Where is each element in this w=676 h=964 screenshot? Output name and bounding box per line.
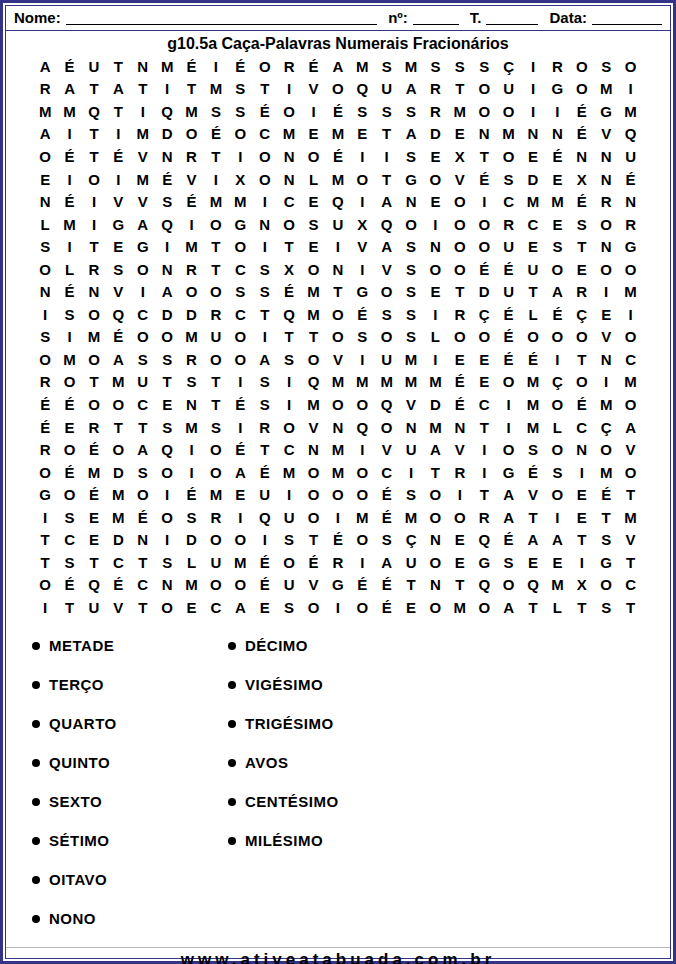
grid-cell[interactable]: S (301, 213, 325, 236)
grid-cell[interactable]: S (33, 235, 57, 258)
grid-cell[interactable]: T (253, 438, 277, 461)
grid-cell[interactable]: R (472, 506, 496, 529)
grid-cell[interactable]: Q (618, 123, 642, 146)
grid-cell[interactable]: É (57, 55, 81, 78)
grid-cell[interactable]: S (204, 100, 228, 123)
grid-cell[interactable]: N (594, 235, 618, 258)
grid-cell[interactable]: O (423, 551, 447, 574)
grid-cell[interactable]: N (423, 235, 447, 258)
grid-cell[interactable]: A (253, 348, 277, 371)
grid-cell[interactable]: O (570, 371, 594, 394)
grid-cell[interactable]: O (570, 55, 594, 78)
grid-cell[interactable]: T (131, 596, 155, 619)
grid-cell[interactable]: D (472, 280, 496, 303)
grid-cell[interactable]: S (399, 483, 423, 506)
grid-cell[interactable]: T (570, 528, 594, 551)
grid-cell[interactable]: É (106, 326, 130, 349)
grid-cell[interactable]: I (521, 78, 545, 101)
grid-cell[interactable]: É (179, 483, 203, 506)
grid-cell[interactable]: Q (253, 506, 277, 529)
grid-cell[interactable]: R (496, 213, 520, 236)
grid-cell[interactable]: I (326, 235, 350, 258)
grid-cell[interactable]: L (179, 551, 203, 574)
grid-cell[interactable]: M (204, 78, 228, 101)
grid-cell[interactable]: E (570, 483, 594, 506)
grid-cell[interactable]: É (33, 416, 57, 439)
grid-cell[interactable]: M (82, 461, 106, 484)
grid-cell[interactable]: I (57, 326, 81, 349)
grid-cell[interactable]: M (350, 506, 374, 529)
grid-cell[interactable]: O (448, 506, 472, 529)
grid-cell[interactable]: É (179, 190, 203, 213)
grid-cell[interactable]: O (472, 596, 496, 619)
grid-cell[interactable]: O (301, 461, 325, 484)
grid-cell[interactable]: É (448, 371, 472, 394)
grid-cell[interactable]: O (277, 416, 301, 439)
grid-cell[interactable]: S (521, 438, 545, 461)
grid-cell[interactable]: Q (374, 393, 398, 416)
grid-cell[interactable]: É (496, 528, 520, 551)
grid-cell[interactable]: É (301, 551, 325, 574)
grid-cell[interactable]: M (179, 235, 203, 258)
grid-cell[interactable]: T (204, 235, 228, 258)
grid-cell[interactable]: O (57, 438, 81, 461)
grid-cell[interactable]: É (228, 438, 252, 461)
grid-cell[interactable]: O (33, 574, 57, 597)
grid-cell[interactable]: O (545, 393, 569, 416)
grid-cell[interactable]: O (179, 280, 203, 303)
grid-cell[interactable]: O (253, 55, 277, 78)
grid-cell[interactable]: M (33, 100, 57, 123)
grid-cell[interactable]: T (253, 303, 277, 326)
grid-cell[interactable]: X (277, 258, 301, 281)
grid-cell[interactable]: N (423, 574, 447, 597)
grid-cell[interactable]: A (423, 438, 447, 461)
grid-cell[interactable]: V (594, 326, 618, 349)
grid-cell[interactable]: S (594, 596, 618, 619)
grid-cell[interactable]: I (423, 213, 447, 236)
grid-cell[interactable]: G (326, 574, 350, 597)
grid-cell[interactable]: É (204, 123, 228, 146)
grid-cell[interactable]: O (33, 145, 57, 168)
grid-cell[interactable]: M (545, 190, 569, 213)
grid-cell[interactable]: I (155, 235, 179, 258)
grid-cell[interactable]: E (545, 551, 569, 574)
grid-cell[interactable]: M (57, 348, 81, 371)
grid-cell[interactable]: T (374, 123, 398, 146)
grid-cell[interactable]: M (326, 123, 350, 146)
grid-cell[interactable]: S (374, 55, 398, 78)
grid-cell[interactable]: I (448, 483, 472, 506)
grid-cell[interactable]: S (545, 461, 569, 484)
grid-cell[interactable]: S (472, 55, 496, 78)
grid-cell[interactable]: M (106, 483, 130, 506)
word-item[interactable]: TRIGÉSIMO (228, 713, 670, 735)
grid-cell[interactable]: É (570, 100, 594, 123)
grid-cell[interactable]: T (521, 596, 545, 619)
grid-cell[interactable]: A (399, 78, 423, 101)
grid-cell[interactable]: Q (106, 303, 130, 326)
grid-cell[interactable]: A (326, 55, 350, 78)
grid-cell[interactable]: N (33, 190, 57, 213)
grid-cell[interactable]: E (301, 123, 325, 146)
grid-cell[interactable]: É (374, 483, 398, 506)
grid-cell[interactable]: T (301, 528, 325, 551)
grid-cell[interactable]: É (350, 574, 374, 597)
grid-cell[interactable]: E (350, 123, 374, 146)
grid-cell[interactable]: O (545, 483, 569, 506)
grid-cell[interactable]: N (131, 55, 155, 78)
grid-cell[interactable]: S (399, 100, 423, 123)
grid-cell[interactable]: A (228, 596, 252, 619)
grid-cell[interactable]: O (496, 100, 520, 123)
grid-cell[interactable]: O (423, 483, 447, 506)
grid-cell[interactable]: I (594, 371, 618, 394)
grid-cell[interactable]: O (155, 506, 179, 529)
grid-cell[interactable]: L (521, 303, 545, 326)
grid-cell[interactable]: N (448, 416, 472, 439)
grid-cell[interactable]: U (399, 551, 423, 574)
grid-cell[interactable]: M (618, 280, 642, 303)
grid-cell[interactable]: É (277, 280, 301, 303)
grid-cell[interactable]: D (179, 528, 203, 551)
grid-cell[interactable]: I (82, 213, 106, 236)
grid-cell[interactable]: T (472, 145, 496, 168)
grid-cell[interactable]: A (496, 483, 520, 506)
grid-cell[interactable]: L (301, 168, 325, 191)
grid-cell[interactable]: E (155, 393, 179, 416)
grid-cell[interactable]: C (277, 190, 301, 213)
grid-cell[interactable]: E (448, 348, 472, 371)
grid-cell[interactable]: O (472, 213, 496, 236)
grid-cell[interactable]: É (374, 506, 398, 529)
grid-cell[interactable]: I (399, 461, 423, 484)
grid-cell[interactable]: S (57, 506, 81, 529)
grid-cell[interactable]: I (618, 303, 642, 326)
grid-cell[interactable]: O (131, 326, 155, 349)
grid-cell[interactable]: E (106, 235, 130, 258)
grid-cell[interactable]: M (301, 303, 325, 326)
grid-cell[interactable]: I (521, 100, 545, 123)
grid-cell[interactable]: É (57, 145, 81, 168)
grid-cell[interactable]: E (472, 348, 496, 371)
grid-cell[interactable]: M (301, 393, 325, 416)
grid-cell[interactable]: T (82, 371, 106, 394)
grid-cell[interactable]: Ç (399, 528, 423, 551)
grid-cell[interactable]: D (106, 461, 130, 484)
grid-cell[interactable]: R (448, 461, 472, 484)
grid-cell[interactable]: É (57, 190, 81, 213)
grid-cell[interactable]: S (496, 168, 520, 191)
grid-cell[interactable]: É (570, 123, 594, 146)
grid-cell[interactable]: E (472, 371, 496, 394)
grid-cell[interactable]: A (374, 235, 398, 258)
grid-cell[interactable]: U (496, 280, 520, 303)
grid-cell[interactable]: I (472, 438, 496, 461)
grid-cell[interactable]: O (570, 78, 594, 101)
grid-cell[interactable]: T (131, 78, 155, 101)
grid-cell[interactable]: A (374, 190, 398, 213)
class-input-line[interactable] (486, 10, 538, 25)
grid-cell[interactable]: N (277, 145, 301, 168)
grid-cell[interactable]: É (57, 574, 81, 597)
grid-cell[interactable]: T (448, 78, 472, 101)
grid-cell[interactable]: T (82, 235, 106, 258)
grid-cell[interactable]: N (155, 258, 179, 281)
grid-cell[interactable]: G (594, 551, 618, 574)
grid-cell[interactable]: M (301, 280, 325, 303)
grid-cell[interactable]: T (301, 326, 325, 349)
grid-cell[interactable]: E (301, 190, 325, 213)
grid-cell[interactable]: Q (155, 100, 179, 123)
grid-cell[interactable]: S (545, 235, 569, 258)
grid-cell[interactable]: O (350, 393, 374, 416)
grid-cell[interactable]: T (594, 506, 618, 529)
grid-cell[interactable]: S (228, 280, 252, 303)
grid-cell[interactable]: U (326, 213, 350, 236)
grid-cell[interactable]: E (521, 235, 545, 258)
grid-cell[interactable]: T (33, 551, 57, 574)
grid-cell[interactable]: O (618, 393, 642, 416)
word-item[interactable]: VIGÉSIMO (228, 674, 670, 696)
grid-cell[interactable]: S (253, 280, 277, 303)
grid-cell[interactable]: O (448, 258, 472, 281)
grid-cell[interactable]: A (545, 528, 569, 551)
grid-cell[interactable]: E (399, 596, 423, 619)
grid-cell[interactable]: O (204, 213, 228, 236)
grid-cell[interactable]: R (33, 371, 57, 394)
grid-cell[interactable]: D (423, 393, 447, 416)
grid-cell[interactable]: D (521, 168, 545, 191)
grid-cell[interactable]: D (179, 303, 203, 326)
grid-cell[interactable]: M (228, 551, 252, 574)
grid-cell[interactable]: X (228, 168, 252, 191)
grid-cell[interactable]: Q (350, 416, 374, 439)
grid-cell[interactable]: I (155, 528, 179, 551)
grid-cell[interactable]: S (594, 528, 618, 551)
grid-cell[interactable]: I (374, 145, 398, 168)
grid-cell[interactable]: G (131, 235, 155, 258)
grid-cell[interactable]: A (106, 348, 130, 371)
grid-cell[interactable]: T (521, 506, 545, 529)
grid-cell[interactable]: O (301, 145, 325, 168)
grid-cell[interactable]: R (33, 438, 57, 461)
grid-cell[interactable]: T (253, 78, 277, 101)
grid-cell[interactable]: I (106, 168, 130, 191)
grid-cell[interactable]: O (545, 438, 569, 461)
grid-cell[interactable]: O (301, 258, 325, 281)
grid-cell[interactable]: M (521, 416, 545, 439)
grid-cell[interactable]: T (106, 100, 130, 123)
grid-cell[interactable]: M (496, 123, 520, 146)
grid-cell[interactable]: A (496, 506, 520, 529)
grid-cell[interactable]: E (521, 551, 545, 574)
grid-cell[interactable]: V (301, 574, 325, 597)
grid-cell[interactable]: M (399, 371, 423, 394)
grid-cell[interactable]: T (448, 280, 472, 303)
grid-cell[interactable]: R (448, 303, 472, 326)
grid-cell[interactable]: S (423, 55, 447, 78)
grid-cell[interactable]: I (33, 596, 57, 619)
grid-cell[interactable]: M (326, 168, 350, 191)
grid-cell[interactable]: O (82, 393, 106, 416)
grid-cell[interactable]: O (179, 123, 203, 146)
grid-cell[interactable]: S (155, 551, 179, 574)
grid-cell[interactable]: N (618, 190, 642, 213)
word-item[interactable]: MILÉSIMO (228, 830, 670, 852)
grid-cell[interactable]: D (106, 528, 130, 551)
grid-cell[interactable]: O (301, 483, 325, 506)
grid-cell[interactable]: D (155, 303, 179, 326)
grid-cell[interactable]: C (570, 416, 594, 439)
grid-cell[interactable]: I (277, 483, 301, 506)
grid-cell[interactable]: O (155, 326, 179, 349)
grid-cell[interactable]: É (326, 528, 350, 551)
grid-cell[interactable]: O (448, 326, 472, 349)
grid-cell[interactable]: O (57, 483, 81, 506)
grid-cell[interactable]: M (423, 371, 447, 394)
grid-cell[interactable]: M (179, 100, 203, 123)
word-item[interactable]: DÉCIMO (228, 635, 670, 657)
grid-cell[interactable]: M (521, 190, 545, 213)
grid-cell[interactable]: T (82, 145, 106, 168)
grid-cell[interactable]: É (472, 258, 496, 281)
grid-cell[interactable]: O (228, 326, 252, 349)
grid-cell[interactable]: O (472, 78, 496, 101)
grid-cell[interactable]: É (57, 461, 81, 484)
grid-cell[interactable]: R (253, 416, 277, 439)
grid-cell[interactable]: T (399, 574, 423, 597)
grid-cell[interactable]: S (33, 326, 57, 349)
grid-cell[interactable]: A (33, 123, 57, 146)
word-item[interactable]: QUINTO (32, 752, 228, 774)
grid-cell[interactable]: É (496, 326, 520, 349)
grid-cell[interactable]: N (33, 280, 57, 303)
grid-cell[interactable]: E (423, 145, 447, 168)
grid-cell[interactable]: T (618, 483, 642, 506)
grid-cell[interactable]: É (326, 100, 350, 123)
grid-cell[interactable]: E (33, 168, 57, 191)
grid-cell[interactable]: É (253, 100, 277, 123)
grid-cell[interactable]: É (253, 461, 277, 484)
grid-cell[interactable]: M (106, 506, 130, 529)
grid-cell[interactable]: I (594, 280, 618, 303)
grid-cell[interactable]: E (82, 528, 106, 551)
grid-cell[interactable]: M (350, 371, 374, 394)
grid-cell[interactable]: U (204, 326, 228, 349)
grid-cell[interactable]: É (179, 55, 203, 78)
grid-cell[interactable]: I (57, 168, 81, 191)
grid-cell[interactable]: I (472, 190, 496, 213)
grid-cell[interactable]: M (594, 78, 618, 101)
grid-cell[interactable]: S (155, 190, 179, 213)
grid-cell[interactable]: O (472, 326, 496, 349)
grid-cell[interactable]: É (106, 145, 130, 168)
grid-cell[interactable]: U (82, 55, 106, 78)
grid-cell[interactable]: Ç (496, 55, 520, 78)
grid-cell[interactable]: S (228, 100, 252, 123)
grid-cell[interactable]: S (350, 326, 374, 349)
grid-cell[interactable]: E (423, 280, 447, 303)
grid-cell[interactable]: T (155, 371, 179, 394)
grid-cell[interactable]: M (618, 100, 642, 123)
grid-cell[interactable]: O (350, 461, 374, 484)
grid-cell[interactable]: C (472, 393, 496, 416)
grid-cell[interactable]: I (253, 190, 277, 213)
grid-cell[interactable]: É (228, 55, 252, 78)
grid-cell[interactable]: O (57, 371, 81, 394)
grid-cell[interactable]: V (374, 438, 398, 461)
grid-cell[interactable]: M (179, 326, 203, 349)
grid-cell[interactable]: C (521, 213, 545, 236)
word-item[interactable]: SÉTIMO (32, 830, 228, 852)
grid-cell[interactable]: L (545, 416, 569, 439)
grid-cell[interactable]: O (277, 100, 301, 123)
grid-cell[interactable]: S (399, 258, 423, 281)
grid-cell[interactable]: D (423, 123, 447, 146)
grid-cell[interactable]: C (228, 258, 252, 281)
grid-cell[interactable]: V (399, 393, 423, 416)
grid-cell[interactable]: U (253, 483, 277, 506)
grid-cell[interactable]: T (277, 235, 301, 258)
word-item[interactable]: TERÇO (32, 674, 228, 696)
grid-cell[interactable]: G (399, 168, 423, 191)
grid-cell[interactable]: N (399, 190, 423, 213)
grid-cell[interactable]: M (155, 55, 179, 78)
grid-cell[interactable]: É (448, 393, 472, 416)
grid-cell[interactable]: O (106, 438, 130, 461)
grid-cell[interactable]: M (618, 371, 642, 394)
grid-cell[interactable]: Ç (545, 371, 569, 394)
grid-cell[interactable]: N (155, 145, 179, 168)
grid-cell[interactable]: M (448, 596, 472, 619)
grid-cell[interactable]: I (82, 190, 106, 213)
grid-cell[interactable]: O (326, 326, 350, 349)
grid-cell[interactable]: G (496, 461, 520, 484)
grid-cell[interactable]: E (448, 528, 472, 551)
grid-cell[interactable]: N (570, 145, 594, 168)
grid-cell[interactable]: É (106, 574, 130, 597)
grid-cell[interactable]: É (301, 55, 325, 78)
grid-cell[interactable]: T (326, 280, 350, 303)
grid-cell[interactable]: O (594, 213, 618, 236)
grid-cell[interactable]: O (326, 393, 350, 416)
grid-cell[interactable]: M (545, 574, 569, 597)
grid-cell[interactable]: V (448, 168, 472, 191)
grid-cell[interactable]: M (131, 168, 155, 191)
grid-cell[interactable]: T (570, 596, 594, 619)
grid-cell[interactable]: S (350, 100, 374, 123)
grid-cell[interactable]: R (277, 55, 301, 78)
grid-cell[interactable]: M (326, 438, 350, 461)
grid-cell[interactable]: T (33, 528, 57, 551)
grid-cell[interactable]: E (594, 303, 618, 326)
grid-cell[interactable]: R (570, 280, 594, 303)
grid-cell[interactable]: O (496, 371, 520, 394)
grid-cell[interactable]: I (545, 506, 569, 529)
grid-cell[interactable]: R (423, 78, 447, 101)
grid-cell[interactable]: N (594, 145, 618, 168)
grid-cell[interactable]: O (82, 348, 106, 371)
grid-cell[interactable]: S (399, 326, 423, 349)
grid-cell[interactable]: I (33, 303, 57, 326)
grid-cell[interactable]: I (179, 461, 203, 484)
grid-cell[interactable]: I (155, 483, 179, 506)
grid-cell[interactable]: O (618, 258, 642, 281)
word-item[interactable]: METADE (32, 635, 228, 657)
grid-cell[interactable]: O (131, 483, 155, 506)
grid-cell[interactable]: V (594, 123, 618, 146)
